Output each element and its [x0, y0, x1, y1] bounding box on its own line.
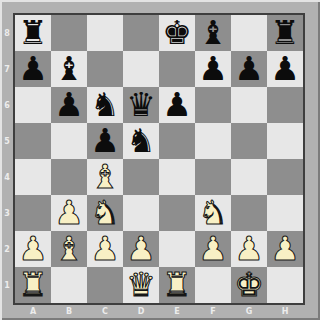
white-pawn[interactable]: ♟ — [54, 196, 84, 229]
square-c4[interactable]: ♝ — [87, 159, 123, 195]
square-g1[interactable]: ♚ — [231, 267, 267, 303]
square-a5[interactable] — [15, 123, 51, 159]
file-label-g: G — [231, 306, 267, 318]
white-pawn[interactable]: ♟ — [126, 232, 156, 265]
white-pawn[interactable]: ♟ — [270, 232, 300, 265]
square-e5[interactable] — [159, 123, 195, 159]
square-h8[interactable]: ♜ — [267, 15, 303, 51]
square-b3[interactable]: ♟ — [51, 195, 87, 231]
white-knight[interactable]: ♞ — [90, 196, 120, 229]
square-f4[interactable] — [195, 159, 231, 195]
square-d4[interactable] — [123, 159, 159, 195]
square-e1[interactable]: ♜ — [159, 267, 195, 303]
square-d7[interactable] — [123, 51, 159, 87]
white-rook[interactable]: ♜ — [18, 268, 48, 301]
square-f8[interactable]: ♝ — [195, 15, 231, 51]
square-h7[interactable]: ♟ — [267, 51, 303, 87]
square-a3[interactable] — [15, 195, 51, 231]
black-pawn[interactable]: ♟ — [54, 88, 84, 121]
black-pawn[interactable]: ♟ — [18, 52, 48, 85]
square-e4[interactable] — [159, 159, 195, 195]
square-d5[interactable]: ♞ — [123, 123, 159, 159]
black-pawn[interactable]: ♟ — [234, 52, 264, 85]
rank-label-1: 1 — [1, 267, 13, 303]
black-bishop[interactable]: ♝ — [54, 52, 84, 85]
black-king[interactable]: ♚ — [162, 16, 192, 49]
square-h1[interactable] — [267, 267, 303, 303]
square-g3[interactable] — [231, 195, 267, 231]
file-label-h: H — [267, 306, 303, 318]
white-rook[interactable]: ♜ — [162, 268, 192, 301]
white-king[interactable]: ♚ — [234, 268, 264, 301]
rank-label-6: 6 — [1, 87, 13, 123]
file-label-d: D — [123, 306, 159, 318]
file-label-c: C — [87, 306, 123, 318]
square-h2[interactable]: ♟ — [267, 231, 303, 267]
rank-label-7: 7 — [1, 51, 13, 87]
square-f7[interactable]: ♟ — [195, 51, 231, 87]
square-h4[interactable] — [267, 159, 303, 195]
white-pawn[interactable]: ♟ — [234, 232, 264, 265]
square-h6[interactable] — [267, 87, 303, 123]
chess-board: ♜♚♝♜♟♝♟♟♟♟♞♛♟♟♞♝♟♞♞♟♝♟♟♟♟♟♜♛♜♚ — [13, 13, 305, 305]
square-c8[interactable] — [87, 15, 123, 51]
black-rook[interactable]: ♜ — [18, 16, 48, 49]
square-g5[interactable] — [231, 123, 267, 159]
rank-label-2: 2 — [1, 231, 13, 267]
black-rook[interactable]: ♜ — [270, 16, 300, 49]
rank-label-5: 5 — [1, 123, 13, 159]
square-d6[interactable]: ♛ — [123, 87, 159, 123]
square-d2[interactable]: ♟ — [123, 231, 159, 267]
white-pawn[interactable]: ♟ — [90, 232, 120, 265]
black-knight[interactable]: ♞ — [90, 88, 120, 121]
square-b7[interactable]: ♝ — [51, 51, 87, 87]
square-b5[interactable] — [51, 123, 87, 159]
square-c3[interactable]: ♞ — [87, 195, 123, 231]
black-pawn[interactable]: ♟ — [90, 124, 120, 157]
square-g4[interactable] — [231, 159, 267, 195]
rank-label-3: 3 — [1, 195, 13, 231]
black-bishop[interactable]: ♝ — [198, 16, 228, 49]
square-b1[interactable] — [51, 267, 87, 303]
square-a2[interactable]: ♟ — [15, 231, 51, 267]
square-b4[interactable] — [51, 159, 87, 195]
square-a6[interactable] — [15, 87, 51, 123]
black-pawn[interactable]: ♟ — [162, 88, 192, 121]
square-c2[interactable]: ♟ — [87, 231, 123, 267]
square-c6[interactable]: ♞ — [87, 87, 123, 123]
rank-label-8: 8 — [1, 15, 13, 51]
square-f3[interactable]: ♞ — [195, 195, 231, 231]
white-pawn[interactable]: ♟ — [18, 232, 48, 265]
square-g7[interactable]: ♟ — [231, 51, 267, 87]
square-g6[interactable] — [231, 87, 267, 123]
square-b2[interactable]: ♝ — [51, 231, 87, 267]
black-pawn[interactable]: ♟ — [270, 52, 300, 85]
chess-diagram: ♜♚♝♜♟♝♟♟♟♟♞♛♟♟♞♝♟♞♞♟♝♟♟♟♟♟♜♛♜♚ ABCDEFGH … — [0, 0, 320, 320]
square-g2[interactable]: ♟ — [231, 231, 267, 267]
square-e8[interactable]: ♚ — [159, 15, 195, 51]
square-d8[interactable] — [123, 15, 159, 51]
square-a8[interactable]: ♜ — [15, 15, 51, 51]
file-label-f: F — [195, 306, 231, 318]
square-e7[interactable] — [159, 51, 195, 87]
white-bishop[interactable]: ♝ — [90, 160, 120, 193]
square-a7[interactable]: ♟ — [15, 51, 51, 87]
square-h3[interactable] — [267, 195, 303, 231]
square-h5[interactable] — [267, 123, 303, 159]
file-label-a: A — [15, 306, 51, 318]
square-e2[interactable] — [159, 231, 195, 267]
square-e3[interactable] — [159, 195, 195, 231]
square-d1[interactable]: ♛ — [123, 267, 159, 303]
square-f6[interactable] — [195, 87, 231, 123]
square-e6[interactable]: ♟ — [159, 87, 195, 123]
square-c5[interactable]: ♟ — [87, 123, 123, 159]
black-queen[interactable]: ♛ — [126, 88, 156, 121]
square-g8[interactable] — [231, 15, 267, 51]
square-b6[interactable]: ♟ — [51, 87, 87, 123]
white-queen[interactable]: ♛ — [126, 268, 156, 301]
square-f2[interactable]: ♟ — [195, 231, 231, 267]
black-knight[interactable]: ♞ — [126, 124, 156, 157]
file-label-b: B — [51, 306, 87, 318]
white-pawn[interactable]: ♟ — [198, 232, 228, 265]
square-a1[interactable]: ♜ — [15, 267, 51, 303]
square-c7[interactable] — [87, 51, 123, 87]
square-a4[interactable] — [15, 159, 51, 195]
square-f1[interactable] — [195, 267, 231, 303]
square-b8[interactable] — [51, 15, 87, 51]
square-f5[interactable] — [195, 123, 231, 159]
square-d3[interactable] — [123, 195, 159, 231]
black-pawn[interactable]: ♟ — [198, 52, 228, 85]
square-c1[interactable] — [87, 267, 123, 303]
white-bishop[interactable]: ♝ — [54, 232, 84, 265]
file-label-e: E — [159, 306, 195, 318]
rank-label-4: 4 — [1, 159, 13, 195]
white-knight[interactable]: ♞ — [198, 196, 228, 229]
